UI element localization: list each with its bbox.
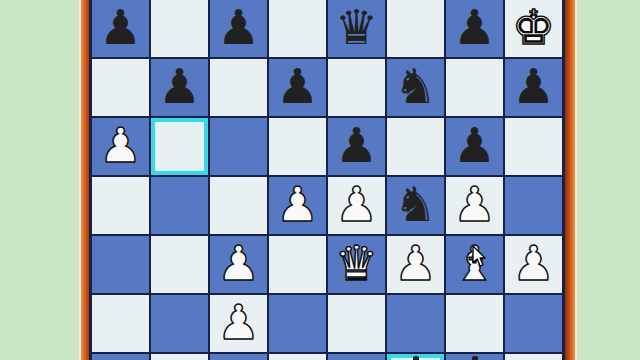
square-g7[interactable]: ♟ (445, 0, 504, 58)
square-f6[interactable]: ♞ (386, 58, 445, 117)
white-pawn[interactable]: ♟ (99, 117, 142, 174)
square-d3[interactable] (268, 235, 327, 294)
square-d2[interactable] (268, 294, 327, 353)
square-h3[interactable]: ♟ (504, 235, 563, 294)
white-pawn[interactable]: ♟ (335, 176, 378, 233)
white-queen[interactable]: ♛ (335, 235, 378, 292)
black-pawn[interactable]: ♟ (158, 58, 201, 115)
black-queen[interactable]: ♛ (335, 0, 378, 56)
square-h1[interactable] (504, 353, 563, 360)
square-f1[interactable] (386, 353, 445, 360)
square-e2[interactable] (327, 294, 386, 353)
square-a7[interactable]: ♟ (91, 0, 150, 58)
square-g4[interactable]: ♟ (445, 176, 504, 235)
square-d6[interactable]: ♟ (268, 58, 327, 117)
square-c7[interactable]: ♟ (209, 0, 268, 58)
square-h2[interactable] (504, 294, 563, 353)
square-g1[interactable] (445, 353, 504, 360)
square-d1[interactable] (268, 353, 327, 360)
square-f3[interactable]: ♟ (386, 235, 445, 294)
square-g2[interactable] (445, 294, 504, 353)
square-b6[interactable]: ♟ (150, 58, 209, 117)
square-d7[interactable] (268, 0, 327, 58)
square-e6[interactable] (327, 58, 386, 117)
square-b4[interactable] (150, 176, 209, 235)
black-pawn[interactable]: ♟ (453, 0, 496, 56)
board-frame-right (565, 0, 577, 360)
white-pawn[interactable]: ♟ (453, 176, 496, 233)
black-pawn[interactable]: ♟ (276, 58, 319, 115)
square-e7[interactable]: ♛ (327, 0, 386, 58)
mouse-cursor-icon (472, 246, 488, 268)
white-pawn[interactable]: ♟ (217, 235, 260, 292)
square-h4[interactable] (504, 176, 563, 235)
square-h5[interactable] (504, 117, 563, 176)
cropped-piece-top (472, 356, 478, 360)
square-d5[interactable] (268, 117, 327, 176)
square-b7[interactable] (150, 0, 209, 58)
square-a3[interactable] (91, 235, 150, 294)
square-a1[interactable] (91, 353, 150, 360)
square-c4[interactable] (209, 176, 268, 235)
square-a6[interactable] (91, 58, 150, 117)
square-e5[interactable]: ♟ (327, 117, 386, 176)
black-pawn[interactable]: ♟ (217, 0, 260, 56)
black-knight[interactable]: ♞ (394, 58, 437, 115)
square-e1[interactable] (327, 353, 386, 360)
square-c3[interactable]: ♟ (209, 235, 268, 294)
cropped-piece-top (413, 356, 419, 360)
black-pawn[interactable]: ♟ (335, 117, 378, 174)
white-pawn[interactable]: ♟ (217, 294, 260, 351)
square-c6[interactable] (209, 58, 268, 117)
square-h6[interactable]: ♟ (504, 58, 563, 117)
square-d4[interactable]: ♟ (268, 176, 327, 235)
desktop-background: { "game": "chess", "view": "chess progra… (0, 0, 640, 360)
white-king[interactable]: ♚ (512, 0, 555, 56)
square-a5[interactable]: ♟ (91, 117, 150, 176)
black-pawn[interactable]: ♟ (512, 58, 555, 115)
square-f7[interactable] (386, 0, 445, 58)
black-pawn[interactable]: ♟ (453, 117, 496, 174)
white-pawn[interactable]: ♟ (276, 176, 319, 233)
square-f5[interactable] (386, 117, 445, 176)
square-g5[interactable]: ♟ (445, 117, 504, 176)
square-e3[interactable]: ♛ (327, 235, 386, 294)
white-pawn[interactable]: ♟ (394, 235, 437, 292)
square-f2[interactable] (386, 294, 445, 353)
square-f4[interactable]: ♞ (386, 176, 445, 235)
square-b1[interactable] (150, 353, 209, 360)
square-b5[interactable] (150, 117, 209, 176)
square-c2[interactable]: ♟ (209, 294, 268, 353)
black-pawn[interactable]: ♟ (99, 0, 142, 56)
square-b3[interactable] (150, 235, 209, 294)
square-a2[interactable] (91, 294, 150, 353)
square-a4[interactable] (91, 176, 150, 235)
square-h7[interactable]: ♚ (504, 0, 563, 58)
chess-board: ♟♟♛♟♚♟♟♞♟♟♟♟♟♟♞♟♟♛♟♝♟♟ (89, 0, 565, 360)
square-b2[interactable] (150, 294, 209, 353)
square-g6[interactable] (445, 58, 504, 117)
square-c1[interactable] (209, 353, 268, 360)
square-c5[interactable] (209, 117, 268, 176)
black-knight[interactable]: ♞ (394, 176, 437, 233)
square-e4[interactable]: ♟ (327, 176, 386, 235)
white-pawn[interactable]: ♟ (512, 235, 555, 292)
